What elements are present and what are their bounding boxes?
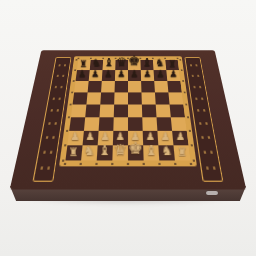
- panel-mark: [60, 86, 62, 88]
- panel-mark: [54, 122, 57, 125]
- panel-mark-row: [193, 109, 210, 112]
- square-e7: [128, 70, 141, 81]
- square-g4: [156, 105, 171, 118]
- square-e4: [128, 105, 142, 118]
- panel-mark: [206, 166, 209, 169]
- square-b7: [89, 70, 103, 81]
- panel-mark: [205, 122, 208, 125]
- board-top: ♜♞♝♛♚♝♞♜♟♟♟♟♟♟♟♟♟♟♟♟♟♟♟♟♜♞♝♛♚♝♞♜: [10, 50, 247, 189]
- square-h4: [170, 105, 185, 118]
- square-a1: [65, 145, 82, 160]
- frame-tick: [90, 57, 92, 58]
- square-c2: [98, 131, 114, 145]
- square-g5: [155, 92, 170, 104]
- panel-mark-row: [46, 109, 63, 112]
- panel-mark-row: [186, 65, 201, 67]
- panel-mark: [47, 166, 50, 169]
- frame-tick: [75, 59, 77, 60]
- square-c1: [97, 145, 113, 160]
- panel-mark: [64, 65, 66, 67]
- square-e2: [128, 131, 143, 145]
- square-c7: [102, 70, 115, 81]
- square-b1: [81, 145, 98, 160]
- square-g3: [157, 117, 173, 131]
- panel-mark: [201, 136, 204, 139]
- square-c3: [99, 117, 114, 131]
- panel-mark: [208, 136, 211, 139]
- panel-mark-row: [190, 86, 206, 88]
- frame-tick: [185, 104, 187, 106]
- square-a6: [74, 81, 89, 92]
- square-e1: [128, 145, 144, 160]
- square-e5: [128, 92, 142, 104]
- square-a2: [67, 131, 84, 145]
- panel-mark: [195, 65, 197, 67]
- panel-mark: [56, 109, 58, 112]
- square-f3: [142, 117, 157, 131]
- panel-mark-row: [39, 150, 57, 153]
- panel-mark-row: [36, 166, 55, 169]
- square-d2: [113, 131, 128, 145]
- square-h7: [166, 70, 180, 81]
- panel-mark: [190, 65, 192, 67]
- square-g6: [154, 81, 168, 92]
- square-d4: [114, 105, 128, 118]
- square-d5: [114, 92, 128, 104]
- frame-tick: [179, 59, 181, 60]
- square-b8: [90, 60, 103, 70]
- square-b4: [85, 105, 100, 118]
- frame-tick: [183, 92, 185, 94]
- panel-mark: [55, 86, 57, 88]
- square-b2: [83, 131, 99, 145]
- power-button[interactable]: [206, 191, 218, 195]
- frame-tick: [127, 57, 129, 58]
- panel-mark-row: [195, 122, 212, 125]
- square-g1: [158, 145, 175, 160]
- square-d6: [115, 81, 128, 92]
- square-g7: [154, 70, 168, 81]
- panel-mark: [192, 75, 194, 77]
- frame-tick: [69, 104, 71, 106]
- square-a5: [73, 92, 88, 104]
- frame-tick: [72, 80, 74, 82]
- square-f7: [141, 70, 154, 81]
- frame-tick: [152, 57, 154, 58]
- panel-mark-row: [53, 75, 68, 77]
- square-a3: [69, 117, 85, 131]
- square-d7: [115, 70, 128, 81]
- panel-mark: [43, 150, 46, 153]
- panel-mark: [48, 122, 51, 125]
- square-f2: [143, 131, 159, 145]
- panel-mark: [197, 109, 199, 112]
- panel-mark: [199, 86, 201, 88]
- panel-mark: [46, 136, 49, 139]
- square-g2: [157, 131, 173, 145]
- frame-tick: [182, 80, 184, 82]
- square-c8: [102, 60, 115, 70]
- panel-mark-row: [197, 136, 215, 139]
- square-f1: [143, 145, 159, 160]
- square-g8: [153, 60, 166, 70]
- square-d1: [112, 145, 128, 160]
- square-f5: [141, 92, 155, 104]
- square-b5: [86, 92, 101, 104]
- panel-mark: [197, 75, 199, 77]
- product-render-stage: ♜♞♝♛♚♝♞♜♟♟♟♟♟♟♟♟♟♟♟♟♟♟♟♟♜♞♝♛♚♝♞♜: [0, 0, 256, 256]
- panel-mark: [58, 97, 60, 100]
- frame-tick: [74, 69, 76, 71]
- panel-mark: [193, 86, 195, 88]
- square-c5: [100, 92, 114, 104]
- square-e3: [128, 117, 143, 131]
- square-a8: [77, 60, 91, 70]
- square-a4: [71, 105, 86, 118]
- panel-mark: [195, 97, 197, 100]
- square-h6: [167, 81, 182, 92]
- square-b6: [88, 81, 102, 92]
- panel-mark-row: [49, 97, 65, 100]
- panel-mark: [50, 109, 52, 112]
- panel-mark: [62, 75, 64, 77]
- panel-mark: [210, 150, 213, 153]
- square-h5: [168, 92, 183, 104]
- square-h2: [172, 131, 189, 145]
- panel-mark: [57, 75, 59, 77]
- panel-mark: [58, 65, 60, 67]
- square-h8: [165, 60, 179, 70]
- frame-tick: [177, 57, 179, 58]
- square-d3: [113, 117, 128, 131]
- square-c6: [101, 81, 115, 92]
- frame-tick: [164, 57, 166, 58]
- square-e6: [128, 81, 141, 92]
- panel-mark-row: [44, 122, 61, 125]
- square-c4: [99, 105, 114, 118]
- panel-mark: [213, 166, 216, 169]
- panel-mark-row: [188, 75, 203, 77]
- panel-mark-row: [201, 166, 220, 169]
- frame-tick: [102, 57, 104, 58]
- panel-mark: [199, 122, 202, 125]
- chess-board: [65, 60, 190, 161]
- frame-tick: [71, 92, 73, 94]
- panel-mark-row: [51, 86, 67, 88]
- panel-mark: [53, 97, 55, 100]
- square-e8: [128, 60, 141, 70]
- frame-tick: [180, 69, 182, 71]
- panel-mark: [203, 109, 205, 112]
- square-a7: [76, 70, 90, 81]
- frame-tick: [139, 57, 141, 58]
- panel-mark: [52, 136, 55, 139]
- square-f6: [141, 81, 155, 92]
- panel-mark: [40, 166, 43, 169]
- square-h1: [173, 145, 190, 160]
- panel-mark: [50, 150, 53, 153]
- frame-tick: [115, 57, 117, 58]
- panel-mark-row: [199, 150, 217, 153]
- panel-mark-row: [55, 65, 70, 67]
- square-h3: [171, 117, 187, 131]
- square-d8: [115, 60, 128, 70]
- frame-tick: [78, 57, 80, 58]
- square-f4: [142, 105, 157, 118]
- square-f8: [140, 60, 153, 70]
- panel-mark: [201, 97, 203, 100]
- panel-mark: [203, 150, 206, 153]
- square-b3: [84, 117, 100, 131]
- panel-mark-row: [41, 136, 59, 139]
- panel-mark-row: [191, 97, 207, 100]
